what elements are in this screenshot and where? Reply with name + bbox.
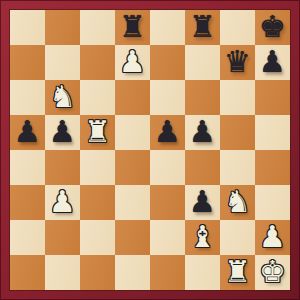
square-d6[interactable] — [115, 80, 150, 115]
square-e7[interactable] — [150, 45, 185, 80]
square-f2[interactable]: ♝ — [185, 220, 220, 255]
square-d2[interactable] — [115, 220, 150, 255]
square-e1[interactable] — [150, 255, 185, 290]
square-b6[interactable]: ♞ — [45, 80, 80, 115]
square-d3[interactable] — [115, 185, 150, 220]
square-h1[interactable]: ♚ — [255, 255, 290, 290]
piece-black-pawn-e5[interactable]: ♟ — [154, 117, 181, 149]
square-c2[interactable] — [80, 220, 115, 255]
piece-white-rook-c5[interactable]: ♜ — [84, 117, 111, 149]
square-d4[interactable] — [115, 150, 150, 185]
square-h8[interactable]: ♚ — [255, 10, 290, 45]
square-h2[interactable]: ♟ — [255, 220, 290, 255]
piece-black-pawn-f5[interactable]: ♟ — [189, 117, 216, 149]
piece-black-king-h8[interactable]: ♚ — [259, 12, 286, 44]
chess-board: ♜♜♚♟♛♟♞♟♟♜♟♟♟♟♞♝♟♜♚ — [10, 10, 290, 290]
square-b5[interactable]: ♟ — [45, 115, 80, 150]
square-g7[interactable]: ♛ — [220, 45, 255, 80]
square-a1[interactable] — [10, 255, 45, 290]
square-f3[interactable]: ♟ — [185, 185, 220, 220]
piece-black-rook-f8[interactable]: ♜ — [189, 12, 216, 44]
square-b4[interactable] — [45, 150, 80, 185]
square-g2[interactable] — [220, 220, 255, 255]
piece-black-pawn-f3[interactable]: ♟ — [189, 187, 216, 219]
piece-black-rook-d8[interactable]: ♜ — [119, 12, 146, 44]
square-f8[interactable]: ♜ — [185, 10, 220, 45]
square-f5[interactable]: ♟ — [185, 115, 220, 150]
square-a2[interactable] — [10, 220, 45, 255]
piece-black-pawn-a5[interactable]: ♟ — [14, 117, 41, 149]
piece-white-pawn-b3[interactable]: ♟ — [49, 187, 76, 219]
square-g1[interactable]: ♜ — [220, 255, 255, 290]
square-a4[interactable] — [10, 150, 45, 185]
square-b3[interactable]: ♟ — [45, 185, 80, 220]
square-e2[interactable] — [150, 220, 185, 255]
square-g5[interactable] — [220, 115, 255, 150]
chess-board-frame: ♜♜♚♟♛♟♞♟♟♜♟♟♟♟♞♝♟♜♚ — [0, 0, 300, 300]
square-d8[interactable]: ♜ — [115, 10, 150, 45]
square-e6[interactable] — [150, 80, 185, 115]
square-g6[interactable] — [220, 80, 255, 115]
square-f4[interactable] — [185, 150, 220, 185]
piece-white-pawn-d7[interactable]: ♟ — [119, 47, 146, 79]
piece-white-rook-g1[interactable]: ♜ — [224, 257, 251, 289]
piece-black-pawn-b5[interactable]: ♟ — [49, 117, 76, 149]
piece-white-knight-b6[interactable]: ♞ — [49, 82, 76, 114]
square-h6[interactable] — [255, 80, 290, 115]
square-c8[interactable] — [80, 10, 115, 45]
square-f7[interactable] — [185, 45, 220, 80]
square-c4[interactable] — [80, 150, 115, 185]
square-a8[interactable] — [10, 10, 45, 45]
square-h5[interactable] — [255, 115, 290, 150]
piece-black-queen-g7[interactable]: ♛ — [224, 47, 251, 79]
square-g8[interactable] — [220, 10, 255, 45]
square-c5[interactable]: ♜ — [80, 115, 115, 150]
square-c7[interactable] — [80, 45, 115, 80]
square-e8[interactable] — [150, 10, 185, 45]
square-g3[interactable]: ♞ — [220, 185, 255, 220]
square-b8[interactable] — [45, 10, 80, 45]
square-e4[interactable] — [150, 150, 185, 185]
piece-white-king-h1[interactable]: ♚ — [259, 257, 286, 289]
square-a7[interactable] — [10, 45, 45, 80]
square-b7[interactable] — [45, 45, 80, 80]
square-g4[interactable] — [220, 150, 255, 185]
piece-black-pawn-h7[interactable]: ♟ — [259, 47, 286, 79]
square-e3[interactable] — [150, 185, 185, 220]
square-c1[interactable] — [80, 255, 115, 290]
square-a5[interactable]: ♟ — [10, 115, 45, 150]
square-e5[interactable]: ♟ — [150, 115, 185, 150]
square-d7[interactable]: ♟ — [115, 45, 150, 80]
square-a6[interactable] — [10, 80, 45, 115]
piece-white-knight-g3[interactable]: ♞ — [224, 187, 251, 219]
square-c6[interactable] — [80, 80, 115, 115]
square-h7[interactable]: ♟ — [255, 45, 290, 80]
square-b2[interactable] — [45, 220, 80, 255]
square-b1[interactable] — [45, 255, 80, 290]
square-d5[interactable] — [115, 115, 150, 150]
piece-white-bishop-f2[interactable]: ♝ — [189, 222, 216, 254]
square-f6[interactable] — [185, 80, 220, 115]
square-a3[interactable] — [10, 185, 45, 220]
square-h4[interactable] — [255, 150, 290, 185]
square-f1[interactable] — [185, 255, 220, 290]
piece-white-pawn-h2[interactable]: ♟ — [259, 222, 286, 254]
square-h3[interactable] — [255, 185, 290, 220]
square-c3[interactable] — [80, 185, 115, 220]
square-d1[interactable] — [115, 255, 150, 290]
